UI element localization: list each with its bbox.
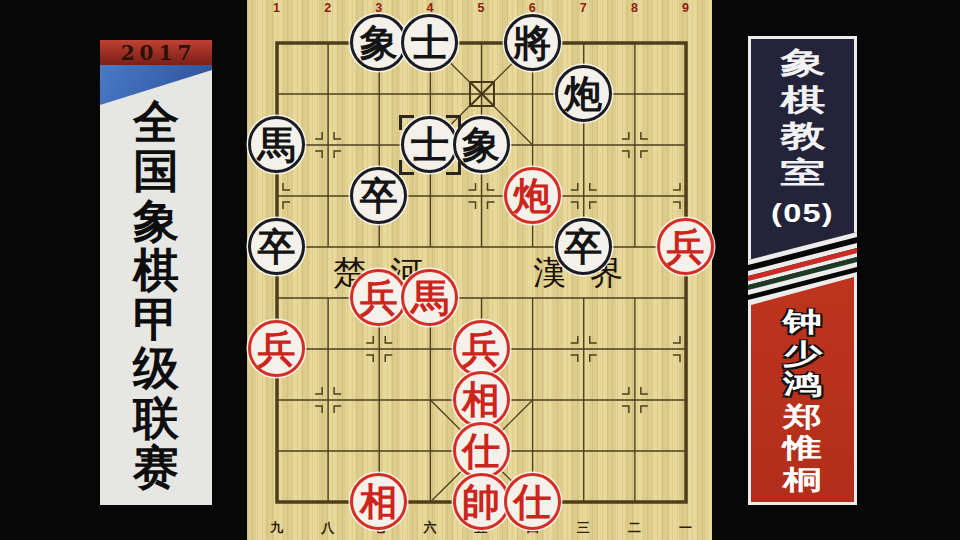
file-label: 六 <box>404 520 455 536</box>
vertical-text-char: 联 <box>133 394 179 443</box>
file-label: 9 <box>660 0 711 16</box>
piece-character: 兵 <box>360 279 398 317</box>
piece-black-士-f4r1[interactable]: 士 <box>401 14 458 71</box>
piece-red-馬-f4r6[interactable]: 馬 <box>401 269 458 326</box>
piece-red-帥-f5r10[interactable]: 帥 <box>453 473 510 530</box>
vertical-text-char: 室 <box>780 155 825 192</box>
piece-red-兵-f1r7[interactable]: 兵 <box>248 320 305 377</box>
event-title-sign: 全国象棋甲级联赛 <box>100 65 212 505</box>
file-label: 二 <box>609 520 660 536</box>
piece-character: 仕 <box>513 483 551 521</box>
piece-character: 炮 <box>564 75 602 113</box>
piece-black-炮-f7r2[interactable]: 炮 <box>555 65 612 122</box>
file-label: 8 <box>609 0 660 16</box>
vertical-text-char: 桐 <box>783 464 822 496</box>
event-year-banner: 2017 <box>100 40 212 65</box>
piece-character: 兵 <box>462 330 500 368</box>
piece-red-仕-f5r9[interactable]: 仕 <box>453 422 510 479</box>
vertical-text-char: 少 <box>783 338 822 370</box>
video-frame: 123456789 九八七六五四三二一 楚河 漢界 象士將炮馬士象卒炮卒卒兵兵馬… <box>0 0 960 540</box>
piece-red-相-f3r10[interactable]: 相 <box>350 473 407 530</box>
piece-red-炮-f6r4[interactable]: 炮 <box>504 167 561 224</box>
piece-red-相-f5r8[interactable]: 相 <box>453 371 510 428</box>
piece-red-仕-f6r10[interactable]: 仕 <box>504 473 561 530</box>
vertical-text-char: 甲 <box>133 295 179 344</box>
player-names: 钟少鸿郑惟桐 <box>748 306 857 495</box>
file-label: 5 <box>456 0 507 16</box>
piece-character: 卒 <box>564 228 602 266</box>
vertical-text-char: 象 <box>133 197 179 246</box>
piece-black-卒-f1r5[interactable]: 卒 <box>248 218 305 275</box>
piece-character: 卒 <box>258 228 296 266</box>
piece-character: 仕 <box>462 432 500 470</box>
vertical-text-char: 赛 <box>133 443 179 492</box>
event-year: 2017 <box>116 41 197 65</box>
piece-character: 將 <box>513 24 551 62</box>
vertical-text-char: 国 <box>133 147 179 196</box>
piece-character: 帥 <box>462 483 500 521</box>
piece-character: 相 <box>360 483 398 521</box>
piece-character: 馬 <box>258 126 296 164</box>
piece-character: 象 <box>462 126 500 164</box>
file-label: 一 <box>660 520 711 536</box>
show-title: 象棋教室 <box>748 45 857 192</box>
piece-character: 卒 <box>360 177 398 215</box>
piece-character: 象 <box>360 24 398 62</box>
piece-red-兵-f3r6[interactable]: 兵 <box>350 269 407 326</box>
file-labels-top: 123456789 <box>251 0 712 16</box>
file-label: 7 <box>558 0 609 16</box>
event-title: 全国象棋甲级联赛 <box>100 98 212 492</box>
piece-character: 馬 <box>411 279 449 317</box>
piece-character: 炮 <box>513 177 551 215</box>
vertical-text-char: 棋 <box>133 246 179 295</box>
file-label: 2 <box>302 0 353 16</box>
piece-black-卒-f7r5[interactable]: 卒 <box>555 218 612 275</box>
right-show-sign: 象棋教室 (05) 钟少鸿郑惟桐 <box>748 36 857 505</box>
last-move-to-marker <box>399 115 461 175</box>
piece-character: 兵 <box>258 330 296 368</box>
last-move-from-marker <box>469 81 495 107</box>
vertical-text-char: 郑 <box>783 401 822 433</box>
piece-red-兵-f5r7[interactable]: 兵 <box>453 320 510 377</box>
file-label: 八 <box>302 520 353 536</box>
piece-red-兵-f9r5[interactable]: 兵 <box>657 218 714 275</box>
piece-black-卒-f3r4[interactable]: 卒 <box>350 167 407 224</box>
piece-black-馬-f1r3[interactable]: 馬 <box>248 116 305 173</box>
episode-number: (05) <box>734 198 870 229</box>
piece-character: 相 <box>462 381 500 419</box>
piece-character: 兵 <box>667 228 705 266</box>
piece-black-將-f6r1[interactable]: 將 <box>504 14 561 71</box>
piece-character: 士 <box>411 24 449 62</box>
vertical-text-char: 棋 <box>780 82 825 119</box>
vertical-text-char: 鸿 <box>783 369 822 401</box>
vertical-text-char: 象 <box>780 45 825 82</box>
file-label: 1 <box>251 0 302 16</box>
vertical-text-char: 惟 <box>783 432 822 464</box>
piece-black-象-f3r1[interactable]: 象 <box>350 14 407 71</box>
file-label: 九 <box>251 520 302 536</box>
vertical-text-char: 级 <box>133 344 179 393</box>
vertical-text-char: 教 <box>780 118 825 155</box>
vertical-text-char: 钟 <box>783 306 822 338</box>
file-label: 三 <box>558 520 609 536</box>
vertical-text-char: 全 <box>133 98 179 147</box>
xiangqi-board: 123456789 九八七六五四三二一 楚河 漢界 象士將炮馬士象卒炮卒卒兵兵馬… <box>247 0 712 540</box>
left-event-sign: 2017 全国象棋甲级联赛 <box>100 40 212 505</box>
